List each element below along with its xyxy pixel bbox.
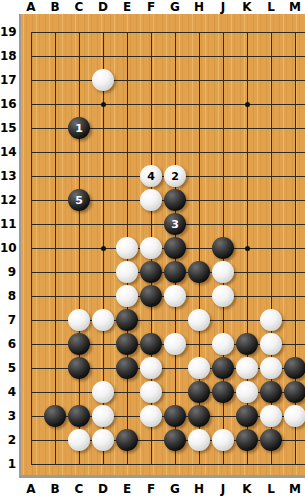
stone-black-g12 <box>164 189 186 211</box>
stone-white-l7 <box>260 309 282 331</box>
board-bottom-edge-shadow <box>19 475 305 478</box>
column-label-bottom-d: D <box>98 482 108 496</box>
stone-white-f10 <box>140 237 162 259</box>
column-label-bottom-h: H <box>194 482 204 496</box>
move-number-label: 2 <box>171 171 179 182</box>
stone-black-g10 <box>164 237 186 259</box>
stone-white-h2 <box>188 429 210 451</box>
stone-black-h4 <box>188 381 210 403</box>
stone-white-j2 <box>212 429 234 451</box>
stone-white-f12 <box>140 189 162 211</box>
stone-white-k5 <box>236 357 258 379</box>
grid-line-vertical <box>31 32 32 465</box>
column-label-bottom-a: A <box>26 482 35 496</box>
move-number-label: 5 <box>75 195 83 206</box>
stone-black-h9 <box>188 261 210 283</box>
stone-white-l3 <box>260 405 282 427</box>
stone-black-e2 <box>116 429 138 451</box>
row-label-9: 9 <box>0 265 16 279</box>
star-point-k10 <box>245 246 250 251</box>
stone-white-h5 <box>188 357 210 379</box>
row-label-11: 11 <box>0 217 16 231</box>
stone-black-c5 <box>68 357 90 379</box>
stone-black-c12: 5 <box>68 189 90 211</box>
stone-black-e6 <box>116 333 138 355</box>
column-label-top-f: F <box>147 0 155 14</box>
grid-line-horizontal <box>31 32 305 33</box>
stone-white-d2 <box>92 429 114 451</box>
stone-white-d3 <box>92 405 114 427</box>
column-label-top-k: K <box>242 0 251 14</box>
stone-white-j6 <box>212 333 234 355</box>
stone-white-g13: 2 <box>164 165 186 187</box>
column-label-top-c: C <box>75 0 84 14</box>
stone-black-e7 <box>116 309 138 331</box>
star-point-d16 <box>101 102 106 107</box>
row-label-2: 2 <box>0 433 16 447</box>
stone-black-k2 <box>236 429 258 451</box>
row-label-6: 6 <box>0 337 16 351</box>
stone-white-c7 <box>68 309 90 331</box>
stone-black-c15: 1 <box>68 117 90 139</box>
column-label-bottom-j: J <box>221 482 225 496</box>
column-label-top-b: B <box>50 0 59 14</box>
stone-black-h3 <box>188 405 210 427</box>
stone-black-l2 <box>260 429 282 451</box>
grid-line-vertical <box>55 32 56 465</box>
stone-white-l6 <box>260 333 282 355</box>
stone-white-g8 <box>164 285 186 307</box>
row-label-18: 18 <box>0 49 16 63</box>
stone-black-j4 <box>212 381 234 403</box>
row-label-7: 7 <box>0 313 16 327</box>
row-label-16: 16 <box>0 97 16 111</box>
column-label-top-j: J <box>221 0 225 14</box>
stone-white-d17 <box>92 69 114 91</box>
row-label-13: 13 <box>0 169 16 183</box>
stone-black-g2 <box>164 429 186 451</box>
stone-white-f3 <box>140 405 162 427</box>
stone-white-d4 <box>92 381 114 403</box>
stone-black-k6 <box>236 333 258 355</box>
stone-white-c2 <box>68 429 90 451</box>
stone-white-e10 <box>116 237 138 259</box>
grid-line-horizontal <box>31 104 305 105</box>
stone-black-g9 <box>164 261 186 283</box>
grid-line-vertical <box>79 32 80 465</box>
stone-black-m4 <box>284 381 305 403</box>
go-board[interactable]: 14253 <box>19 14 305 478</box>
stone-black-g11: 3 <box>164 213 186 235</box>
stone-black-f9 <box>140 261 162 283</box>
stone-black-b3 <box>44 405 66 427</box>
stone-black-c3 <box>68 405 90 427</box>
row-label-19: 19 <box>0 25 16 39</box>
stone-white-m3 <box>284 405 305 427</box>
column-label-bottom-f: F <box>147 482 155 496</box>
row-label-17: 17 <box>0 73 16 87</box>
row-label-12: 12 <box>0 193 16 207</box>
grid-line-horizontal <box>31 80 305 81</box>
stone-black-f6 <box>140 333 162 355</box>
stone-white-h7 <box>188 309 210 331</box>
stone-white-f4 <box>140 381 162 403</box>
stone-black-m5 <box>284 357 305 379</box>
stone-white-e9 <box>116 261 138 283</box>
column-label-top-m: M <box>289 0 301 14</box>
stone-white-f5 <box>140 357 162 379</box>
board-left-edge-shadow <box>19 14 21 478</box>
column-label-top-l: L <box>267 0 275 14</box>
stone-white-d7 <box>92 309 114 331</box>
stone-black-g3 <box>164 405 186 427</box>
go-board-screen: 14253 AABBCCDDEEFFGGHHJJKKLLMM1918171615… <box>0 0 305 500</box>
column-label-top-e: E <box>123 0 131 14</box>
row-label-15: 15 <box>0 121 16 135</box>
stone-white-j8 <box>212 285 234 307</box>
stone-white-k4 <box>236 381 258 403</box>
stone-black-e5 <box>116 357 138 379</box>
row-label-14: 14 <box>0 145 16 159</box>
column-label-bottom-c: C <box>75 482 84 496</box>
stone-black-j10 <box>212 237 234 259</box>
stone-white-g6 <box>164 333 186 355</box>
stone-white-e8 <box>116 285 138 307</box>
star-point-d10 <box>101 246 106 251</box>
column-label-bottom-k: K <box>242 482 251 496</box>
stone-black-k3 <box>236 405 258 427</box>
star-point-k16 <box>245 102 250 107</box>
column-label-bottom-g: G <box>170 482 180 496</box>
row-label-1: 1 <box>0 457 16 471</box>
column-label-top-h: H <box>194 0 204 14</box>
move-number-label: 4 <box>147 171 155 182</box>
grid-line-horizontal <box>31 56 305 57</box>
stone-black-c6 <box>68 333 90 355</box>
row-label-4: 4 <box>0 385 16 399</box>
column-label-top-d: D <box>98 0 108 14</box>
grid-line-horizontal <box>31 152 305 153</box>
stone-white-j9 <box>212 261 234 283</box>
stone-black-j5 <box>212 357 234 379</box>
stone-black-f8 <box>140 285 162 307</box>
move-number-label: 1 <box>75 123 83 134</box>
column-label-top-a: A <box>26 0 35 14</box>
row-label-5: 5 <box>0 361 16 375</box>
grid-line-horizontal <box>31 464 305 465</box>
column-label-bottom-l: L <box>267 482 275 496</box>
row-label-3: 3 <box>0 409 16 423</box>
stone-black-l4 <box>260 381 282 403</box>
move-number-label: 3 <box>171 219 179 230</box>
column-label-bottom-e: E <box>123 482 131 496</box>
stone-white-f13: 4 <box>140 165 162 187</box>
column-label-top-g: G <box>170 0 180 14</box>
row-label-10: 10 <box>0 241 16 255</box>
column-label-bottom-b: B <box>50 482 59 496</box>
stone-white-l5 <box>260 357 282 379</box>
row-label-8: 8 <box>0 289 16 303</box>
column-label-bottom-m: M <box>289 482 301 496</box>
